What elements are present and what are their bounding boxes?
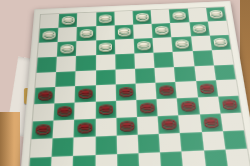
square-r5c6[interactable] bbox=[135, 67, 156, 83]
square-r4c6[interactable] bbox=[134, 53, 154, 69]
red-man[interactable]: ⛂ bbox=[202, 113, 220, 131]
square-r1c4[interactable]: ⛂ bbox=[96, 12, 115, 26]
square-r9c5[interactable] bbox=[117, 135, 139, 154]
square-r4c3[interactable] bbox=[76, 55, 96, 71]
square-r8c8[interactable] bbox=[179, 114, 202, 133]
square-r10c10[interactable] bbox=[225, 148, 250, 166]
white-man[interactable]: ⛂ bbox=[154, 22, 169, 37]
square-r8c5[interactable]: ⛂ bbox=[116, 117, 138, 136]
red-man[interactable]: ⛂ bbox=[160, 114, 177, 132]
square-r3c5[interactable] bbox=[115, 39, 135, 55]
square-r9c2[interactable] bbox=[52, 137, 74, 156]
red-man[interactable]: ⛂ bbox=[37, 86, 53, 103]
square-r5c10[interactable] bbox=[214, 64, 236, 80]
red-man[interactable]: ⛂ bbox=[139, 98, 155, 116]
square-r7c8[interactable]: ⛂ bbox=[177, 97, 199, 115]
square-r5c4[interactable] bbox=[96, 69, 116, 85]
square-r1c8[interactable]: ⛂ bbox=[169, 9, 189, 23]
white-man[interactable]: ⛂ bbox=[60, 40, 75, 55]
square-r4c10[interactable] bbox=[212, 49, 234, 65]
square-r2c1[interactable]: ⛂ bbox=[39, 28, 59, 43]
square-r6c3[interactable]: ⛂ bbox=[75, 85, 96, 102]
square-r3c2[interactable]: ⛂ bbox=[57, 41, 77, 57]
square-r8c6[interactable] bbox=[137, 116, 159, 135]
square-r9c6[interactable] bbox=[138, 134, 160, 153]
board-perspective-wrapper: ⛂⛂⛂⛂⛂⛂⛂⛂⛂⛂⛂⛂⛂⛂⛂⛂⛂⛂⛂⛂⛂⛂⛂⛂⛂⛂⛂⛂⛂⛂ bbox=[34, 1, 237, 166]
square-r10c1[interactable] bbox=[29, 156, 52, 166]
white-man[interactable]: ⛂ bbox=[174, 36, 190, 51]
white-man[interactable]: ⛂ bbox=[136, 37, 151, 52]
board-grid: ⛂⛂⛂⛂⛂⛂⛂⛂⛂⛂⛂⛂⛂⛂⛂⛂⛂⛂⛂⛂⛂⛂⛂⛂⛂⛂⛂⛂⛂⛂ bbox=[29, 7, 250, 166]
square-r3c9[interactable] bbox=[191, 36, 212, 51]
square-r1c2[interactable]: ⛂ bbox=[59, 13, 78, 28]
photo-scene: ⛂⛂⛂⛂⛂⛂⛂⛂⛂⛂⛂⛂⛂⛂⛂⛂⛂⛂⛂⛂⛂⛂⛂⛂⛂⛂⛂⛂⛂⛂ bbox=[0, 0, 250, 166]
square-r3c1[interactable] bbox=[38, 42, 58, 58]
square-r10c5[interactable] bbox=[117, 153, 139, 166]
square-r9c3[interactable] bbox=[73, 137, 95, 156]
white-man[interactable]: ⛂ bbox=[61, 12, 75, 26]
square-r6c1[interactable]: ⛂ bbox=[34, 87, 55, 104]
red-man[interactable]: ⛂ bbox=[158, 81, 174, 98]
white-man[interactable]: ⛂ bbox=[41, 27, 56, 42]
white-man[interactable]: ⛂ bbox=[191, 21, 207, 36]
red-man[interactable]: ⛂ bbox=[221, 95, 239, 113]
square-r2c5[interactable]: ⛂ bbox=[114, 25, 133, 40]
square-r4c8[interactable] bbox=[173, 51, 194, 67]
square-r9c7[interactable] bbox=[159, 133, 182, 152]
red-man[interactable]: ⛂ bbox=[34, 120, 51, 138]
square-r10c6[interactable] bbox=[138, 152, 161, 166]
red-man[interactable]: ⛂ bbox=[56, 102, 72, 120]
square-r3c6[interactable]: ⛂ bbox=[134, 38, 154, 53]
square-r2c9[interactable]: ⛂ bbox=[189, 21, 210, 36]
square-r10c2[interactable] bbox=[51, 155, 74, 166]
square-r6c7[interactable]: ⛂ bbox=[156, 82, 178, 99]
table-leg bbox=[0, 112, 20, 166]
red-man[interactable]: ⛂ bbox=[98, 100, 113, 118]
square-r10c8[interactable] bbox=[182, 150, 206, 166]
square-r3c4[interactable]: ⛂ bbox=[96, 40, 115, 56]
red-man[interactable]: ⛂ bbox=[119, 116, 135, 134]
square-r7c10[interactable]: ⛂ bbox=[218, 96, 241, 114]
square-r9c4[interactable] bbox=[95, 136, 117, 155]
square-r3c8[interactable]: ⛂ bbox=[172, 36, 193, 51]
red-man[interactable]: ⛂ bbox=[118, 83, 133, 100]
white-man[interactable]: ⛂ bbox=[208, 6, 224, 20]
square-r4c7[interactable] bbox=[154, 52, 175, 68]
red-man[interactable]: ⛂ bbox=[77, 118, 93, 136]
square-r2c3[interactable]: ⛂ bbox=[77, 26, 96, 41]
square-r7c4[interactable]: ⛂ bbox=[95, 101, 116, 119]
square-r1c6[interactable]: ⛂ bbox=[133, 10, 152, 24]
square-r3c3[interactable] bbox=[76, 40, 95, 56]
white-man[interactable]: ⛂ bbox=[98, 39, 112, 54]
square-r3c7[interactable] bbox=[153, 37, 173, 52]
square-r9c9[interactable] bbox=[201, 131, 225, 150]
square-r8c10[interactable] bbox=[220, 113, 244, 132]
square-r3c10[interactable]: ⛂ bbox=[210, 35, 231, 50]
square-r8c3[interactable]: ⛂ bbox=[74, 119, 95, 138]
square-r4c1[interactable] bbox=[37, 57, 57, 73]
white-man[interactable]: ⛂ bbox=[117, 24, 131, 39]
square-r8c4[interactable] bbox=[95, 118, 116, 137]
square-r9c8[interactable] bbox=[180, 132, 203, 151]
red-man[interactable]: ⛂ bbox=[180, 96, 197, 114]
board-margin: ⛂⛂⛂⛂⛂⛂⛂⛂⛂⛂⛂⛂⛂⛂⛂⛂⛂⛂⛂⛂⛂⛂⛂⛂⛂⛂⛂⛂⛂⛂ bbox=[19, 1, 250, 166]
square-r6c9[interactable]: ⛂ bbox=[196, 80, 218, 97]
white-man[interactable]: ⛂ bbox=[172, 8, 187, 22]
square-r10c3[interactable] bbox=[73, 154, 95, 166]
square-r2c7[interactable]: ⛂ bbox=[152, 23, 172, 38]
square-r5c2[interactable] bbox=[55, 71, 75, 87]
square-r8c7[interactable]: ⛂ bbox=[158, 115, 180, 134]
square-r1c10[interactable]: ⛂ bbox=[206, 7, 227, 21]
square-r8c2[interactable] bbox=[53, 120, 75, 139]
white-man[interactable]: ⛂ bbox=[79, 25, 93, 40]
white-man[interactable]: ⛂ bbox=[98, 11, 112, 25]
white-man[interactable]: ⛂ bbox=[135, 9, 149, 23]
square-r4c2[interactable] bbox=[56, 56, 76, 72]
square-r4c9[interactable] bbox=[192, 50, 213, 66]
square-r7c6[interactable]: ⛂ bbox=[136, 99, 158, 117]
square-r4c4[interactable] bbox=[96, 54, 116, 70]
square-r10c4[interactable] bbox=[95, 154, 117, 166]
red-man[interactable]: ⛂ bbox=[78, 84, 93, 101]
square-r10c9[interactable] bbox=[203, 149, 227, 166]
square-r8c9[interactable]: ⛂ bbox=[199, 114, 222, 133]
white-man[interactable]: ⛂ bbox=[212, 34, 228, 49]
square-r6c5[interactable]: ⛂ bbox=[116, 84, 137, 101]
square-r8c1[interactable]: ⛂ bbox=[32, 121, 54, 140]
square-r9c10[interactable] bbox=[223, 130, 247, 149]
square-r4c5[interactable] bbox=[115, 53, 135, 69]
square-r10c7[interactable] bbox=[160, 151, 183, 166]
square-r5c8[interactable] bbox=[174, 66, 195, 82]
draughts-board: ⛂⛂⛂⛂⛂⛂⛂⛂⛂⛂⛂⛂⛂⛂⛂⛂⛂⛂⛂⛂⛂⛂⛂⛂⛂⛂⛂⛂⛂⛂ bbox=[19, 1, 250, 166]
red-man[interactable]: ⛂ bbox=[198, 79, 215, 96]
square-r7c2[interactable]: ⛂ bbox=[54, 103, 75, 121]
square-r9c1[interactable] bbox=[30, 138, 53, 157]
